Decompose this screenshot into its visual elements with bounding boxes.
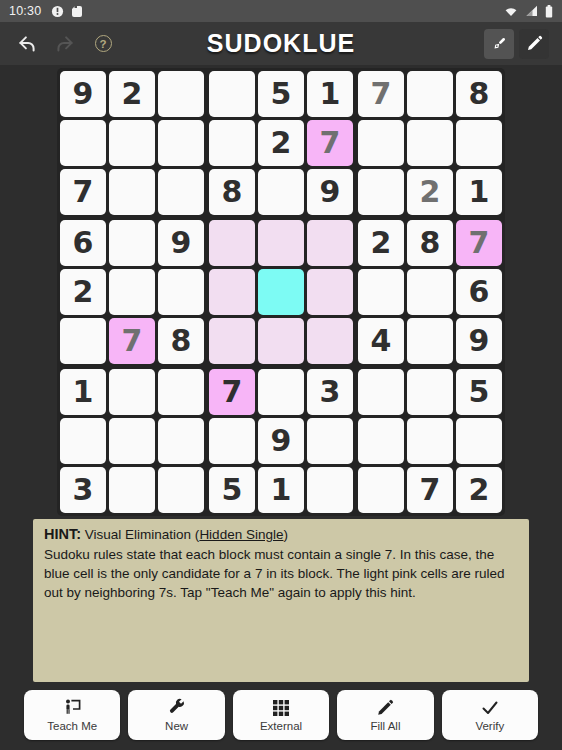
pen-icon: [490, 34, 509, 53]
notification-icons: [51, 5, 83, 18]
sudoku-cell-r6c7[interactable]: 4: [358, 318, 404, 364]
sudoku-box-8: 73951: [209, 369, 353, 513]
sudoku-box-7: 13: [60, 369, 204, 513]
sudoku-cell-r3c5[interactable]: [258, 169, 304, 215]
pencil-icon: [375, 698, 395, 718]
sudoku-cell-r5c6[interactable]: [307, 269, 353, 315]
sudoku-cell-r4c7[interactable]: 2: [358, 220, 404, 266]
sudoku-box-3: 7821: [358, 71, 502, 215]
sudoku-cell-r1c7[interactable]: 7: [358, 71, 404, 117]
check-icon: [480, 698, 500, 718]
sudoku-cell-r6c9[interactable]: 9: [456, 318, 502, 364]
cellular-signal-icon: [525, 5, 538, 17]
teach-me-button[interactable]: Teach Me: [24, 690, 120, 740]
sudoku-cell-r2c3[interactable]: [158, 120, 204, 166]
sudoku-cell-r6c1[interactable]: [60, 318, 106, 364]
sudoku-cell-r8c1[interactable]: [60, 418, 106, 464]
sudoku-cell-r9c5[interactable]: 1: [258, 467, 304, 513]
hint-technique-link[interactable]: Hidden Single: [199, 527, 283, 542]
sudoku-cell-r4c2[interactable]: [109, 220, 155, 266]
sudoku-cell-r8c9[interactable]: [456, 418, 502, 464]
sudoku-cell-r9c4[interactable]: 5: [209, 467, 255, 513]
sudoku-box-6: 287649: [358, 220, 502, 364]
sudoku-cell-r3c7[interactable]: [358, 169, 404, 215]
sudoku-cell-r4c1[interactable]: 6: [60, 220, 106, 266]
sudoku-cell-r7c9[interactable]: 5: [456, 369, 502, 415]
clock: 10:30: [9, 4, 41, 18]
sudoku-cell-r4c5[interactable]: [258, 220, 304, 266]
fill-all-button[interactable]: Fill All: [337, 690, 433, 740]
sudoku-cell-r6c6[interactable]: [307, 318, 353, 364]
sudoku-cell-r5c3[interactable]: [158, 269, 204, 315]
sudoku-cell-r1c8[interactable]: [407, 71, 453, 117]
sudoku-cell-r4c9[interactable]: 7: [456, 220, 502, 266]
wifi-icon: [504, 5, 518, 17]
sudoku-cell-r3c1[interactable]: 7: [60, 169, 106, 215]
sudoku-cell-r7c6[interactable]: 3: [307, 369, 353, 415]
sudoku-box-5: [209, 220, 353, 364]
system-icons: [504, 5, 553, 18]
sudoku-cell-r9c8[interactable]: 7: [407, 467, 453, 513]
verify-label: Verify: [475, 720, 504, 732]
sudoku-cell-r2c7[interactable]: [358, 120, 404, 166]
sudoku-cell-r7c2[interactable]: [109, 369, 155, 415]
sudoku-cell-r6c2[interactable]: 7: [109, 318, 155, 364]
hint-label: HINT:: [44, 526, 81, 542]
sudoku-box-9: 572: [358, 369, 502, 513]
sudoku-cell-r7c8[interactable]: [407, 369, 453, 415]
notification-square-icon: [71, 5, 83, 18]
sudoku-cell-r1c4[interactable]: [209, 71, 255, 117]
sudoku-cell-r5c4[interactable]: [209, 269, 255, 315]
sudoku-cell-r3c2[interactable]: [109, 169, 155, 215]
sudoku-cell-r3c3[interactable]: [158, 169, 204, 215]
hint-body: Sudoku rules state that each block must …: [44, 545, 518, 602]
sudoku-cell-r1c6[interactable]: 1: [307, 71, 353, 117]
sudoku-cell-r4c4[interactable]: [209, 220, 255, 266]
sudoku-cell-r1c1[interactable]: 9: [60, 71, 106, 117]
sudoku-cell-r2c1[interactable]: [60, 120, 106, 166]
sudoku-cell-r1c3[interactable]: [158, 71, 204, 117]
sudoku-cell-r8c6[interactable]: [307, 418, 353, 464]
sudoku-cell-r2c6[interactable]: 7: [307, 120, 353, 166]
sudoku-cell-r8c4[interactable]: [209, 418, 255, 464]
battery-icon: [545, 5, 553, 18]
wrench-icon: [167, 698, 187, 718]
pencil-mode-button[interactable]: [519, 29, 549, 59]
external-label: External: [260, 720, 302, 732]
sudoku-cell-r6c8[interactable]: [407, 318, 453, 364]
sudoku-box-1: 927: [60, 71, 204, 215]
sudoku-cell-r3c6[interactable]: 9: [307, 169, 353, 215]
help-icon: ?: [95, 35, 112, 52]
sudoku-cell-r1c2[interactable]: 2: [109, 71, 155, 117]
sudoku-cell-r5c1[interactable]: 2: [60, 269, 106, 315]
external-button[interactable]: External: [233, 690, 329, 740]
sudoku-cell-r2c4[interactable]: [209, 120, 255, 166]
sudoku-cell-r2c5[interactable]: 2: [258, 120, 304, 166]
pencil-icon: [525, 34, 544, 53]
sudoku-cell-r5c7[interactable]: [358, 269, 404, 315]
hint-box: HINT: Visual Elimination (Hidden Single)…: [33, 519, 529, 682]
notification-circle-icon: [51, 5, 64, 18]
sudoku-cell-r3c9[interactable]: 1: [456, 169, 502, 215]
sudoku-board: 9275127897821692782876491373951572: [57, 68, 505, 516]
app-bar: ? SUDOKLUE: [0, 22, 562, 65]
sudoku-cell-r4c6[interactable]: [307, 220, 353, 266]
bottom-toolbar: Teach Me New External Fill All Verify: [0, 682, 562, 750]
sudoku-cell-r5c5[interactable]: [258, 269, 304, 315]
sudoku-cell-r6c4[interactable]: [209, 318, 255, 364]
sudoku-cell-r2c2[interactable]: [109, 120, 155, 166]
sudoku-cell-r8c2[interactable]: [109, 418, 155, 464]
sudoku-cell-r9c2[interactable]: [109, 467, 155, 513]
new-button[interactable]: New: [128, 690, 224, 740]
board-area: 9275127897821692782876491373951572: [0, 65, 562, 518]
sudoku-cell-r9c9[interactable]: 2: [456, 467, 502, 513]
sudoku-cell-r5c9[interactable]: 6: [456, 269, 502, 315]
sudoku-cell-r9c3[interactable]: [158, 467, 204, 513]
sudoku-cell-r6c5[interactable]: [258, 318, 304, 364]
sudoku-cell-r8c3[interactable]: [158, 418, 204, 464]
sudoku-cell-r9c6[interactable]: [307, 467, 353, 513]
grid-icon: [271, 698, 291, 718]
sudoku-cell-r9c7[interactable]: [358, 467, 404, 513]
sudoku-cell-r7c7[interactable]: [358, 369, 404, 415]
redo-button[interactable]: [51, 30, 79, 58]
pen-mode-button[interactable]: [484, 29, 514, 59]
sudoku-box-4: 69278: [60, 220, 204, 364]
sudoku-cell-r4c3[interactable]: 9: [158, 220, 204, 266]
sudoku-cell-r8c5[interactable]: 9: [258, 418, 304, 464]
sudoku-cell-r7c1[interactable]: 1: [60, 369, 106, 415]
app-screen: 10:30: [0, 0, 562, 750]
sudoku-cell-r1c9[interactable]: 8: [456, 71, 502, 117]
sudoku-cell-r5c2[interactable]: [109, 269, 155, 315]
help-button[interactable]: ?: [89, 30, 117, 58]
sudoku-cell-r7c3[interactable]: [158, 369, 204, 415]
sudoku-cell-r2c8[interactable]: [407, 120, 453, 166]
sudoku-cell-r3c8[interactable]: 2: [407, 169, 453, 215]
sudoku-cell-r3c4[interactable]: 8: [209, 169, 255, 215]
new-label: New: [165, 720, 188, 732]
sudoku-cell-r6c3[interactable]: 8: [158, 318, 204, 364]
sudoku-cell-r9c1[interactable]: 3: [60, 467, 106, 513]
teacher-icon: [61, 698, 83, 718]
hint-title: HINT: Visual Elimination (Hidden Single): [44, 526, 518, 542]
teach-me-label: Teach Me: [47, 720, 97, 732]
sudoku-cell-r1c5[interactable]: 5: [258, 71, 304, 117]
sudoku-cell-r4c8[interactable]: 8: [407, 220, 453, 266]
sudoku-cell-r7c4[interactable]: 7: [209, 369, 255, 415]
sudoku-cell-r8c8[interactable]: [407, 418, 453, 464]
sudoku-box-2: 512789: [209, 71, 353, 215]
verify-button[interactable]: Verify: [442, 690, 538, 740]
sudoku-cell-r7c5[interactable]: [258, 369, 304, 415]
sudoku-cell-r2c9[interactable]: [456, 120, 502, 166]
sudoku-cell-r8c7[interactable]: [358, 418, 404, 464]
undo-button[interactable]: [13, 30, 41, 58]
fill-all-label: Fill All: [370, 720, 400, 732]
sudoku-cell-r5c8[interactable]: [407, 269, 453, 315]
status-bar: 10:30: [0, 0, 562, 22]
